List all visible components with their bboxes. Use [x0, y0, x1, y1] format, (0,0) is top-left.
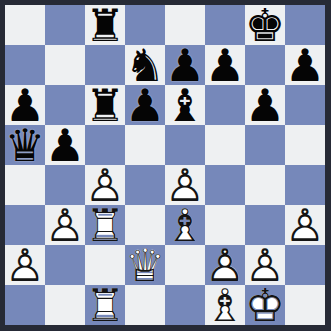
black-pawn-piece[interactable]: ♟: [285, 45, 325, 85]
square-f1[interactable]: ♝♗: [205, 285, 245, 325]
square-h7[interactable]: ♟: [285, 45, 325, 85]
square-a2[interactable]: ♟♙: [5, 245, 45, 285]
square-f6[interactable]: [205, 85, 245, 125]
square-h2[interactable]: [285, 245, 325, 285]
square-g8[interactable]: ♚: [245, 5, 285, 45]
piece-glyph: ♛: [5, 125, 45, 165]
piece-outline-layer: ♔: [245, 285, 285, 325]
piece-outline-layer: ♙: [45, 205, 85, 245]
square-g5[interactable]: [245, 125, 285, 165]
square-b1[interactable]: [45, 285, 85, 325]
square-d5[interactable]: [125, 125, 165, 165]
square-h3[interactable]: ♟♙: [285, 205, 325, 245]
square-b8[interactable]: [45, 5, 85, 45]
black-bishop-piece[interactable]: ♝: [165, 85, 205, 125]
piece-glyph: ♚: [245, 5, 285, 45]
square-a8[interactable]: [5, 5, 45, 45]
square-g6[interactable]: ♟: [245, 85, 285, 125]
piece-glyph: ♟: [245, 85, 285, 125]
square-h5[interactable]: [285, 125, 325, 165]
square-g1[interactable]: ♚♔: [245, 285, 285, 325]
black-pawn-piece[interactable]: ♟: [45, 125, 85, 165]
square-h6[interactable]: [285, 85, 325, 125]
piece-outline-layer: ♗: [165, 205, 205, 245]
black-rook-piece[interactable]: ♜: [85, 85, 125, 125]
square-c8[interactable]: ♜: [85, 5, 125, 45]
square-f7[interactable]: ♟: [205, 45, 245, 85]
square-d6[interactable]: ♟: [125, 85, 165, 125]
square-c6[interactable]: ♜: [85, 85, 125, 125]
black-queen-piece[interactable]: ♛: [5, 125, 45, 165]
piece-glyph: ♟: [205, 45, 245, 85]
square-d4[interactable]: [125, 165, 165, 205]
square-h1[interactable]: [285, 285, 325, 325]
piece-outline-layer: ♖: [85, 285, 125, 325]
white-rook-piece[interactable]: ♜♖: [85, 205, 125, 245]
piece-outline-layer: ♙: [285, 205, 325, 245]
piece-glyph: ♝: [165, 85, 205, 125]
square-c1[interactable]: ♜♖: [85, 285, 125, 325]
board-frame: ♜♚♞♟♟♟♟♜♟♝♟♛♟♟♙♟♙♟♙♜♖♝♗♟♙♟♙♛♕♟♙♟♙♜♖♝♗♚♔: [0, 0, 331, 331]
piece-glyph: ♟: [285, 45, 325, 85]
square-b2[interactable]: [45, 245, 85, 285]
square-a1[interactable]: [5, 285, 45, 325]
white-king-piece[interactable]: ♚♔: [245, 285, 285, 325]
white-bishop-piece[interactable]: ♝♗: [205, 285, 245, 325]
piece-outline-layer: ♕: [125, 245, 165, 285]
square-f4[interactable]: [205, 165, 245, 205]
piece-glyph: ♜: [85, 5, 125, 45]
piece-glyph: ♟: [45, 125, 85, 165]
square-d1[interactable]: [125, 285, 165, 325]
black-pawn-piece[interactable]: ♟: [245, 85, 285, 125]
piece-outline-layer: ♙: [5, 245, 45, 285]
square-f5[interactable]: [205, 125, 245, 165]
square-b7[interactable]: [45, 45, 85, 85]
white-pawn-piece[interactable]: ♟♙: [5, 245, 45, 285]
square-e2[interactable]: [165, 245, 205, 285]
black-pawn-piece[interactable]: ♟: [205, 45, 245, 85]
square-b3[interactable]: ♟♙: [45, 205, 85, 245]
square-a4[interactable]: [5, 165, 45, 205]
square-e1[interactable]: [165, 285, 205, 325]
white-rook-piece[interactable]: ♜♖: [85, 285, 125, 325]
square-c3[interactable]: ♜♖: [85, 205, 125, 245]
piece-glyph: ♜: [85, 85, 125, 125]
square-e3[interactable]: ♝♗: [165, 205, 205, 245]
white-pawn-piece[interactable]: ♟♙: [285, 205, 325, 245]
square-g4[interactable]: [245, 165, 285, 205]
chess-board: ♜♚♞♟♟♟♟♜♟♝♟♛♟♟♙♟♙♟♙♜♖♝♗♟♙♟♙♛♕♟♙♟♙♜♖♝♗♚♔: [5, 5, 325, 325]
white-queen-piece[interactable]: ♛♕: [125, 245, 165, 285]
white-pawn-piece[interactable]: ♟♙: [45, 205, 85, 245]
black-king-piece[interactable]: ♚: [245, 5, 285, 45]
piece-glyph: ♟: [125, 85, 165, 125]
piece-outline-layer: ♗: [205, 285, 245, 325]
square-e6[interactable]: ♝: [165, 85, 205, 125]
white-bishop-piece[interactable]: ♝♗: [165, 205, 205, 245]
square-a5[interactable]: ♛: [5, 125, 45, 165]
piece-outline-layer: ♖: [85, 205, 125, 245]
square-d2[interactable]: ♛♕: [125, 245, 165, 285]
black-pawn-piece[interactable]: ♟: [125, 85, 165, 125]
black-rook-piece[interactable]: ♜: [85, 5, 125, 45]
square-b5[interactable]: ♟: [45, 125, 85, 165]
